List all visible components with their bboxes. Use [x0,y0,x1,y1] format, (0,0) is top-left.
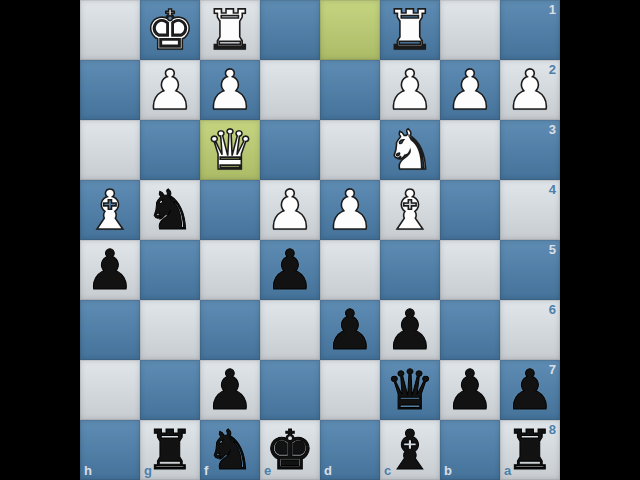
white-pawn: ♟ [440,60,500,120]
black-queen: ♛ [380,360,440,420]
black-rook: ♜ [140,420,200,480]
letterbox-right [560,0,640,480]
square-e2[interactable] [260,60,320,120]
square-c7[interactable]: ♛ [380,360,440,420]
black-pawn: ♟ [320,300,380,360]
square-h1[interactable] [80,0,140,60]
square-h5[interactable]: ♟ [80,240,140,300]
white-pawn: ♟ [500,60,560,120]
white-pawn: ♟ [140,60,200,120]
square-f6[interactable] [200,300,260,360]
square-a8[interactable]: ♜8a [500,420,560,480]
square-d4[interactable]: ♟ [320,180,380,240]
file-label-a: a [504,464,511,477]
square-g7[interactable] [140,360,200,420]
square-a5[interactable]: 5 [500,240,560,300]
square-h2[interactable] [80,60,140,120]
square-f4[interactable] [200,180,260,240]
square-g4[interactable]: ♞ [140,180,200,240]
white-pawn: ♟ [260,180,320,240]
square-d3[interactable] [320,120,380,180]
file-label-d: d [324,464,332,477]
square-b4[interactable] [440,180,500,240]
square-c1[interactable]: ♜ [380,0,440,60]
square-h3[interactable] [80,120,140,180]
black-rook: ♜ [500,420,560,480]
file-label-h: h [84,464,92,477]
square-b1[interactable] [440,0,500,60]
square-e8[interactable]: ♚e [260,420,320,480]
rank-label-8: 8 [549,423,556,436]
black-pawn: ♟ [380,300,440,360]
square-a2[interactable]: ♟2 [500,60,560,120]
square-f7[interactable]: ♟ [200,360,260,420]
square-f8[interactable]: ♞f [200,420,260,480]
file-label-g: g [144,464,152,477]
rank-label-1: 1 [549,3,556,16]
square-b3[interactable] [440,120,500,180]
square-d7[interactable] [320,360,380,420]
square-h7[interactable] [80,360,140,420]
square-g8[interactable]: ♜g [140,420,200,480]
square-f2[interactable]: ♟ [200,60,260,120]
white-knight: ♞ [380,120,440,180]
black-knight: ♞ [200,420,260,480]
black-pawn: ♟ [80,240,140,300]
white-king: ♚ [140,0,200,60]
white-bishop: ♝ [380,180,440,240]
black-pawn: ♟ [440,360,500,420]
square-a3[interactable]: 3 [500,120,560,180]
rank-label-5: 5 [549,243,556,256]
square-e6[interactable] [260,300,320,360]
square-a7[interactable]: ♟7 [500,360,560,420]
square-d8[interactable]: d [320,420,380,480]
white-pawn: ♟ [320,180,380,240]
white-pawn: ♟ [380,60,440,120]
square-b8[interactable]: b [440,420,500,480]
video-frame: ♚♜♜1♟♟♟♟♟2♛♞3♝♞♟♟♝4♟♟5♟♟6♟♛♟♟7h♜g♞f♚ed♝c… [0,0,640,480]
square-a1[interactable]: 1 [500,0,560,60]
file-label-c: c [384,464,391,477]
black-king: ♚ [260,420,320,480]
square-a4[interactable]: 4 [500,180,560,240]
square-c6[interactable]: ♟ [380,300,440,360]
square-h6[interactable] [80,300,140,360]
square-b5[interactable] [440,240,500,300]
square-f3[interactable]: ♛ [200,120,260,180]
white-rook: ♜ [200,0,260,60]
square-b7[interactable]: ♟ [440,360,500,420]
square-d1[interactable] [320,0,380,60]
square-f5[interactable] [200,240,260,300]
rank-label-3: 3 [549,123,556,136]
file-label-b: b [444,464,452,477]
black-pawn: ♟ [500,360,560,420]
rank-label-2: 2 [549,63,556,76]
square-b6[interactable] [440,300,500,360]
file-label-f: f [204,464,208,477]
square-f1[interactable]: ♜ [200,0,260,60]
square-c5[interactable] [380,240,440,300]
square-c2[interactable]: ♟ [380,60,440,120]
square-e1[interactable] [260,0,320,60]
square-e5[interactable]: ♟ [260,240,320,300]
black-pawn: ♟ [200,360,260,420]
square-g2[interactable]: ♟ [140,60,200,120]
square-e7[interactable] [260,360,320,420]
black-pawn: ♟ [260,240,320,300]
rank-label-4: 4 [549,183,556,196]
white-bishop: ♝ [80,180,140,240]
square-d6[interactable]: ♟ [320,300,380,360]
square-g1[interactable]: ♚ [140,0,200,60]
square-c4[interactable]: ♝ [380,180,440,240]
square-d2[interactable] [320,60,380,120]
square-b2[interactable]: ♟ [440,60,500,120]
square-h4[interactable]: ♝ [80,180,140,240]
square-g3[interactable] [140,120,200,180]
white-pawn: ♟ [200,60,260,120]
square-c8[interactable]: ♝c [380,420,440,480]
square-g6[interactable] [140,300,200,360]
rank-label-7: 7 [549,363,556,376]
white-queen: ♛ [200,120,260,180]
square-e3[interactable] [260,120,320,180]
black-knight: ♞ [140,180,200,240]
letterbox-left [0,0,80,480]
chess-board: ♚♜♜1♟♟♟♟♟2♛♞3♝♞♟♟♝4♟♟5♟♟6♟♛♟♟7h♜g♞f♚ed♝c… [80,0,560,480]
white-rook: ♜ [380,0,440,60]
square-g5[interactable] [140,240,200,300]
black-bishop: ♝ [380,420,440,480]
rank-label-6: 6 [549,303,556,316]
square-d5[interactable] [320,240,380,300]
file-label-e: e [264,464,271,477]
square-h8[interactable]: h [80,420,140,480]
square-c3[interactable]: ♞ [380,120,440,180]
square-e4[interactable]: ♟ [260,180,320,240]
square-a6[interactable]: 6 [500,300,560,360]
